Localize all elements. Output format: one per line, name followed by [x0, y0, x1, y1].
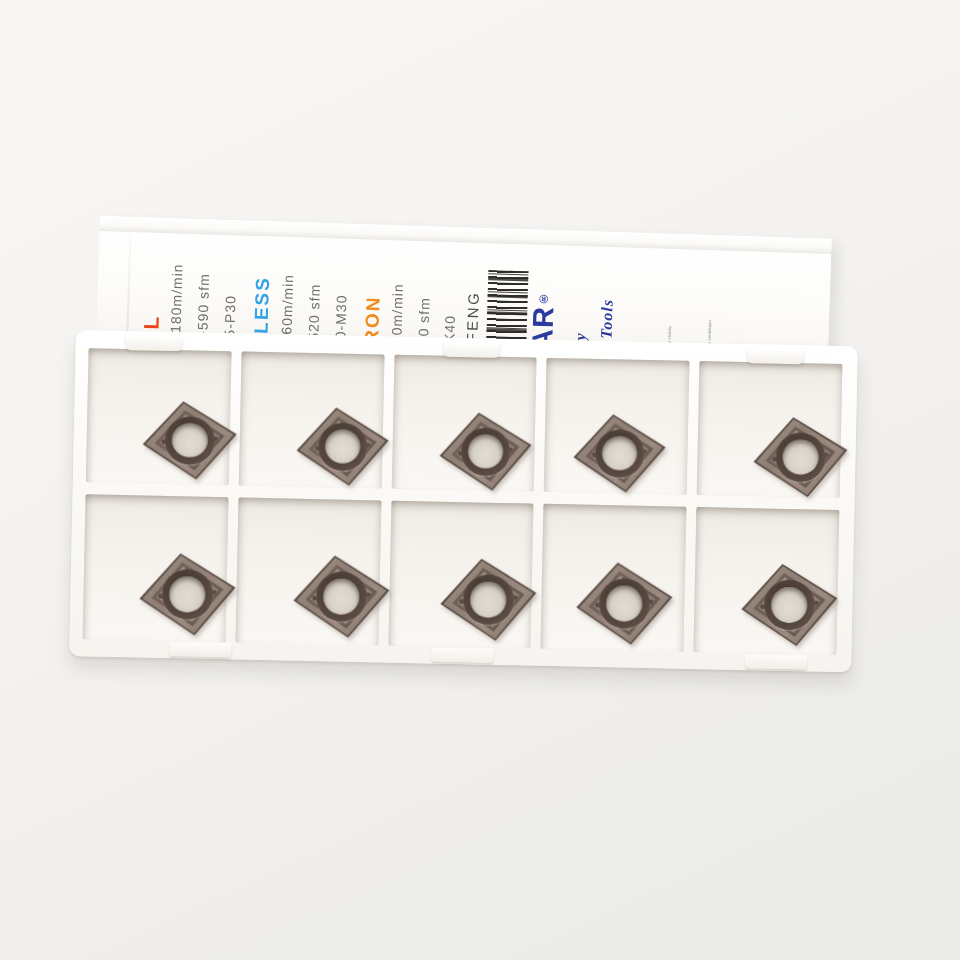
insert-r1c3: [439, 412, 531, 490]
insert-r1c2: [296, 407, 388, 485]
label-steel-speed-metric: 180m/min: [168, 263, 184, 333]
insert-tray: [69, 330, 858, 672]
inserts-layer: [69, 330, 858, 672]
registered-trademark-icon: ®: [536, 291, 550, 306]
insert-r2c2: [293, 555, 389, 637]
insert-r2c3: [440, 558, 536, 641]
insert-r2c1: [139, 553, 235, 636]
insert-center-hole: [325, 429, 360, 463]
insert-r1c1: [143, 401, 237, 479]
photo-stage: L 180m/min -590 sfm 5-P30 ILESS 160m/min…: [0, 0, 960, 960]
label-material-steel: L: [140, 316, 161, 330]
insert-r1c5: [753, 417, 848, 498]
insert-center-hole: [172, 423, 208, 457]
label-steel-speed-sfm: -590 sfm: [195, 273, 211, 336]
label-material-stainless: ILESS: [251, 276, 272, 341]
insert-center-hole: [782, 439, 818, 475]
insert-r2c5: [741, 564, 837, 647]
insert-center-hole: [602, 436, 637, 470]
insert-r2c4: [576, 562, 672, 644]
label-stainless-speed-metric: 160m/min: [279, 273, 295, 343]
label-steel-grade: 5-P30: [222, 295, 237, 338]
insert-r1c4: [573, 414, 665, 492]
